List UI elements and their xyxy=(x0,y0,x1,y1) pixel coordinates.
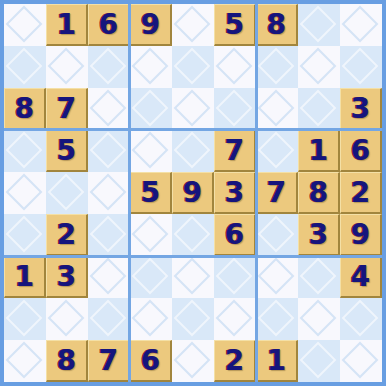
cell-r2c5[interactable] xyxy=(172,46,214,88)
diamond-icon xyxy=(216,300,253,337)
cell-r8c8[interactable] xyxy=(298,298,340,340)
diamond-icon xyxy=(258,90,295,127)
cell-r1c7: 8 xyxy=(256,4,298,46)
diamond-icon xyxy=(48,300,85,337)
cell-r3c2: 7 xyxy=(46,88,88,130)
diamond-icon xyxy=(90,258,127,295)
cell-r3c6[interactable] xyxy=(214,88,256,130)
cell-r1c8[interactable] xyxy=(298,4,340,46)
diamond-icon xyxy=(6,48,43,85)
cell-r4c6: 7 xyxy=(214,130,256,172)
diamond-icon xyxy=(300,300,337,337)
cell-r4c1[interactable] xyxy=(4,130,46,172)
cell-r8c9[interactable] xyxy=(340,298,382,340)
cell-r6c1[interactable] xyxy=(4,214,46,256)
cell-r8c5[interactable] xyxy=(172,298,214,340)
cell-r7c4[interactable] xyxy=(130,256,172,298)
cell-r9c1[interactable] xyxy=(4,340,46,382)
cell-r2c2[interactable] xyxy=(46,46,88,88)
cell-r5c3[interactable] xyxy=(88,172,130,214)
diamond-icon xyxy=(174,300,211,337)
diamond-icon xyxy=(132,300,169,337)
cell-r1c3: 6 xyxy=(88,4,130,46)
diamond-icon xyxy=(258,258,295,295)
diamond-icon xyxy=(300,48,337,85)
box-divider-horizontal-top xyxy=(4,128,382,131)
cell-r1c2: 1 xyxy=(46,4,88,46)
diamond-icon xyxy=(132,48,169,85)
cell-r6c2: 2 xyxy=(46,214,88,256)
cell-r3c3[interactable] xyxy=(88,88,130,130)
cell-r5c1[interactable] xyxy=(4,172,46,214)
diamond-icon xyxy=(132,216,169,253)
cell-r6c3[interactable] xyxy=(88,214,130,256)
cell-r9c3: 7 xyxy=(88,340,130,382)
cell-r5c2[interactable] xyxy=(46,172,88,214)
diamond-icon xyxy=(258,300,295,337)
diamond-icon xyxy=(6,300,43,337)
diamond-icon xyxy=(174,342,211,379)
diamond-icon xyxy=(342,300,379,337)
cell-r2c9[interactable] xyxy=(340,46,382,88)
cell-r7c2: 3 xyxy=(46,256,88,298)
diamond-icon xyxy=(6,132,43,169)
cell-r9c6: 2 xyxy=(214,340,256,382)
diamond-icon xyxy=(90,90,127,127)
cell-r7c7[interactable] xyxy=(256,256,298,298)
cell-r3c4[interactable] xyxy=(130,88,172,130)
diamond-icon xyxy=(174,216,211,253)
cell-r6c4[interactable] xyxy=(130,214,172,256)
diamond-icon xyxy=(48,48,85,85)
cell-r1c6: 5 xyxy=(214,4,256,46)
cell-r2c7[interactable] xyxy=(256,46,298,88)
diamond-icon xyxy=(342,6,379,43)
diamond-icon xyxy=(90,48,127,85)
cell-r1c9[interactable] xyxy=(340,4,382,46)
diamond-icon xyxy=(258,48,295,85)
cell-r6c6: 6 xyxy=(214,214,256,256)
cell-r6c8: 3 xyxy=(298,214,340,256)
cell-r2c6[interactable] xyxy=(214,46,256,88)
diamond-icon xyxy=(132,90,169,127)
cell-r5c9: 2 xyxy=(340,172,382,214)
diamond-icon xyxy=(174,258,211,295)
diamond-icon xyxy=(174,48,211,85)
cell-r2c4[interactable] xyxy=(130,46,172,88)
diamond-icon xyxy=(132,258,169,295)
diamond-icon xyxy=(6,342,43,379)
cell-r9c5[interactable] xyxy=(172,340,214,382)
cell-r5c7: 7 xyxy=(256,172,298,214)
cell-r9c8[interactable] xyxy=(298,340,340,382)
cell-r3c7[interactable] xyxy=(256,88,298,130)
diamond-icon xyxy=(300,6,337,43)
diamond-icon xyxy=(90,174,127,211)
cell-r2c3[interactable] xyxy=(88,46,130,88)
cell-r9c4: 6 xyxy=(130,340,172,382)
diamond-icon xyxy=(342,48,379,85)
cell-r8c6[interactable] xyxy=(214,298,256,340)
cell-r4c7[interactable] xyxy=(256,130,298,172)
cell-r8c4[interactable] xyxy=(130,298,172,340)
cell-r6c5[interactable] xyxy=(172,214,214,256)
cell-r8c2[interactable] xyxy=(46,298,88,340)
diamond-icon xyxy=(216,48,253,85)
diamond-icon xyxy=(216,90,253,127)
diamond-icon xyxy=(90,132,127,169)
diamond-icon xyxy=(174,132,211,169)
cell-r7c9: 4 xyxy=(340,256,382,298)
cell-r4c8: 1 xyxy=(298,130,340,172)
cell-r5c4: 5 xyxy=(130,172,172,214)
cell-r4c4[interactable] xyxy=(130,130,172,172)
cell-r7c3[interactable] xyxy=(88,256,130,298)
box-divider-vertical-right xyxy=(255,4,258,382)
cell-r9c2: 8 xyxy=(46,340,88,382)
cell-r1c5[interactable] xyxy=(172,4,214,46)
cell-r1c1[interactable] xyxy=(4,4,46,46)
cell-r1c4: 9 xyxy=(130,4,172,46)
cell-r8c7[interactable] xyxy=(256,298,298,340)
cell-r2c8[interactable] xyxy=(298,46,340,88)
diamond-icon xyxy=(174,90,211,127)
cell-r2c1[interactable] xyxy=(4,46,46,88)
cell-r3c5[interactable] xyxy=(172,88,214,130)
diamond-icon xyxy=(48,174,85,211)
cell-r4c3[interactable] xyxy=(88,130,130,172)
diamond-icon xyxy=(90,300,127,337)
cell-r5c5: 9 xyxy=(172,172,214,214)
cell-r7c8[interactable] xyxy=(298,256,340,298)
cell-r4c9: 6 xyxy=(340,130,382,172)
diamond-icon xyxy=(6,174,43,211)
cell-r7c5[interactable] xyxy=(172,256,214,298)
cell-r7c6[interactable] xyxy=(214,256,256,298)
box-divider-horizontal-bottom xyxy=(4,255,382,258)
diamond-icon xyxy=(132,132,169,169)
cell-r7c1: 1 xyxy=(4,256,46,298)
cell-r6c9: 9 xyxy=(340,214,382,256)
diamond-icon xyxy=(258,216,295,253)
box-divider-vertical-left xyxy=(128,4,131,382)
cell-r4c2: 5 xyxy=(46,130,88,172)
cell-r3c8[interactable] xyxy=(298,88,340,130)
cell-r8c3[interactable] xyxy=(88,298,130,340)
cell-r3c9: 3 xyxy=(340,88,382,130)
cell-r6c7[interactable] xyxy=(256,214,298,256)
diamond-icon xyxy=(300,90,337,127)
cell-r3c1: 8 xyxy=(4,88,46,130)
cell-r4c5[interactable] xyxy=(172,130,214,172)
cell-r8c1[interactable] xyxy=(4,298,46,340)
diamond-icon xyxy=(300,342,337,379)
cell-r5c8: 8 xyxy=(298,172,340,214)
cell-r9c7: 1 xyxy=(256,340,298,382)
cell-r5c6: 3 xyxy=(214,172,256,214)
diamond-icon xyxy=(6,216,43,253)
diamond-icon xyxy=(174,6,211,43)
diamond-icon xyxy=(6,6,43,43)
sudoku-board: 169588735716593782263913487621 xyxy=(0,0,386,386)
cell-r9c9[interactable] xyxy=(340,340,382,382)
diamond-icon xyxy=(90,216,127,253)
diamond-icon xyxy=(300,258,337,295)
diamond-icon xyxy=(216,258,253,295)
diamond-icon xyxy=(342,342,379,379)
diamond-icon xyxy=(258,132,295,169)
